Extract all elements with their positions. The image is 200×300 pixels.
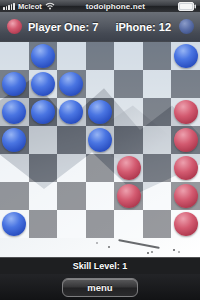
red-checker-piece[interactable] — [174, 212, 198, 236]
skill-level-bar: Skill Level: 1 — [0, 257, 200, 274]
score-bar: Player One: 7 iPhone: 12 — [0, 12, 200, 42]
carrier-label: Mcleot — [18, 2, 42, 11]
board-square-r1c7[interactable] — [171, 42, 200, 70]
blue-checker-piece[interactable] — [31, 72, 55, 96]
red-checker-piece[interactable] — [174, 184, 198, 208]
board-square-r7c1[interactable] — [0, 210, 29, 238]
blue-checker-piece[interactable] — [88, 100, 112, 124]
signal-strength-icon — [3, 3, 15, 10]
iphone-piece-icon — [179, 19, 194, 34]
menu-button[interactable]: menu — [62, 278, 138, 297]
board-square-r5c3[interactable] — [57, 154, 86, 182]
board-square-r5c7[interactable] — [171, 154, 200, 182]
board-square-r7c3[interactable] — [57, 210, 86, 238]
board-square-r2c3[interactable] — [57, 70, 86, 98]
blue-checker-piece[interactable] — [59, 100, 83, 124]
board-square-r2c5[interactable] — [114, 70, 143, 98]
board-square-r4c3[interactable] — [57, 126, 86, 154]
board-square-r4c5[interactable] — [114, 126, 143, 154]
iphone-score: iPhone: 12 — [115, 21, 171, 33]
board-square-r7c7[interactable] — [171, 210, 200, 238]
board-square-r2c2[interactable] — [29, 70, 58, 98]
board-square-r7c4[interactable] — [86, 210, 115, 238]
board-square-r6c4[interactable] — [86, 182, 115, 210]
board-square-r2c7[interactable] — [171, 70, 200, 98]
board-square-r4c1[interactable] — [0, 126, 29, 154]
board-square-r6c2[interactable] — [29, 182, 58, 210]
red-checker-piece[interactable] — [174, 100, 198, 124]
status-bar: Mcleot todoiphone.net — [0, 0, 200, 12]
board-square-r3c3[interactable] — [57, 98, 86, 126]
blue-checker-piece[interactable] — [31, 100, 55, 124]
board-square-r1c2[interactable] — [29, 42, 58, 70]
board-square-r5c6[interactable] — [143, 154, 172, 182]
board-square-r5c1[interactable] — [0, 154, 29, 182]
blue-checker-piece[interactable] — [2, 72, 26, 96]
blue-checker-piece[interactable] — [174, 44, 198, 68]
red-checker-piece[interactable] — [174, 156, 198, 180]
skill-level-label: Skill Level: 1 — [73, 261, 128, 271]
bottom-toolbar: menu — [0, 274, 200, 300]
wifi-icon — [45, 2, 55, 10]
board-square-r3c4[interactable] — [86, 98, 115, 126]
board-square-r3c5[interactable] — [114, 98, 143, 126]
board-square-r6c1[interactable] — [0, 182, 29, 210]
status-title: todoiphone.net — [57, 2, 178, 11]
board-square-r3c7[interactable] — [171, 98, 200, 126]
blue-checker-piece[interactable] — [31, 44, 55, 68]
board-square-r5c4[interactable] — [86, 154, 115, 182]
board-square-r5c2[interactable] — [29, 154, 58, 182]
board-square-r3c2[interactable] — [29, 98, 58, 126]
board-square-r3c1[interactable] — [0, 98, 29, 126]
board-square-r2c1[interactable] — [0, 70, 29, 98]
board-square-r1c1[interactable] — [0, 42, 29, 70]
board-square-r6c3[interactable] — [57, 182, 86, 210]
board-square-r1c4[interactable] — [86, 42, 115, 70]
blue-checker-piece[interactable] — [2, 100, 26, 124]
board-square-r6c6[interactable] — [143, 182, 172, 210]
board-square-r6c5[interactable] — [114, 182, 143, 210]
red-checker-piece[interactable] — [117, 156, 141, 180]
player-one-score: Player One: 7 — [28, 21, 98, 33]
board-square-r2c4[interactable] — [86, 70, 115, 98]
board-square-r4c4[interactable] — [86, 126, 115, 154]
board-square-r7c6[interactable] — [143, 210, 172, 238]
blue-checker-piece[interactable] — [2, 212, 26, 236]
player-one-piece-icon — [7, 19, 22, 34]
board-square-r5c5[interactable] — [114, 154, 143, 182]
blue-checker-piece[interactable] — [2, 128, 26, 152]
board-square-r1c6[interactable] — [143, 42, 172, 70]
board-square-r7c2[interactable] — [29, 210, 58, 238]
app-screen: Mcleot todoiphone.net Player One: 7 iPho… — [0, 0, 200, 300]
board-square-r4c7[interactable] — [171, 126, 200, 154]
board-square-r6c7[interactable] — [171, 182, 200, 210]
board-square-r4c2[interactable] — [29, 126, 58, 154]
board-square-r3c6[interactable] — [143, 98, 172, 126]
board-square-r2c6[interactable] — [143, 70, 172, 98]
red-checker-piece[interactable] — [174, 128, 198, 152]
blue-checker-piece[interactable] — [59, 72, 83, 96]
blue-checker-piece[interactable] — [88, 128, 112, 152]
board-square-r1c3[interactable] — [57, 42, 86, 70]
board-square-r1c5[interactable] — [114, 42, 143, 70]
battery-icon — [178, 2, 196, 11]
red-checker-piece[interactable] — [117, 184, 141, 208]
checkers-board — [0, 42, 200, 238]
board-square-r4c6[interactable] — [143, 126, 172, 154]
board-square-r7c5[interactable] — [114, 210, 143, 238]
